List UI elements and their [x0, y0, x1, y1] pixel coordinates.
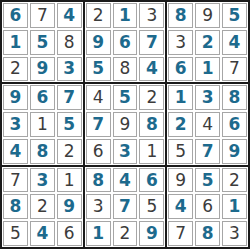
cell-r6c7[interactable]: 5: [168, 139, 193, 164]
cell-r9c3[interactable]: 6: [57, 221, 82, 246]
sudoku-box-9: 952461783: [167, 167, 248, 247]
cell-r8c2[interactable]: 2: [30, 194, 55, 219]
cell-r6c3[interactable]: 2: [57, 139, 82, 164]
cell-r5c7[interactable]: 2: [168, 112, 193, 137]
cell-r9c2[interactable]: 4: [30, 221, 55, 246]
cell-r2c1[interactable]: 1: [3, 30, 28, 55]
sudoku-box-8: 846375129: [85, 167, 166, 247]
cell-r1c3[interactable]: 4: [57, 3, 82, 28]
cell-r7c9[interactable]: 2: [222, 168, 247, 193]
sudoku-box-2: 213967584: [85, 2, 166, 82]
cell-r4c9[interactable]: 8: [222, 85, 247, 110]
cell-r2c3[interactable]: 8: [57, 30, 82, 55]
cell-r4c4[interactable]: 4: [86, 85, 111, 110]
cell-r8c3[interactable]: 9: [57, 194, 82, 219]
cell-r6c6[interactable]: 1: [139, 139, 164, 164]
cell-r9c8[interactable]: 8: [195, 221, 220, 246]
cell-r5c5[interactable]: 9: [113, 112, 138, 137]
sudoku-box-5: 452798631: [85, 84, 166, 164]
cell-r7c2[interactable]: 3: [30, 168, 55, 193]
cell-r1c1[interactable]: 6: [3, 3, 28, 28]
cell-r9c9[interactable]: 3: [222, 221, 247, 246]
cell-r2c2[interactable]: 5: [30, 30, 55, 55]
cell-r7c7[interactable]: 9: [168, 168, 193, 193]
cell-r4c1[interactable]: 9: [3, 85, 28, 110]
cell-r9c4[interactable]: 1: [86, 221, 111, 246]
cell-r2c8[interactable]: 2: [195, 30, 220, 55]
cell-r3c6[interactable]: 4: [139, 57, 164, 82]
cell-r4c8[interactable]: 3: [195, 85, 220, 110]
cell-r4c3[interactable]: 7: [57, 85, 82, 110]
cell-r2c7[interactable]: 3: [168, 30, 193, 55]
cell-r8c9[interactable]: 1: [222, 194, 247, 219]
cell-r4c5[interactable]: 5: [113, 85, 138, 110]
cell-r7c6[interactable]: 6: [139, 168, 164, 193]
cell-r8c8[interactable]: 6: [195, 194, 220, 219]
sudoku-box-7: 731829546: [2, 167, 83, 247]
cell-r2c9[interactable]: 4: [222, 30, 247, 55]
cell-r5c6[interactable]: 8: [139, 112, 164, 137]
cell-r3c8[interactable]: 1: [195, 57, 220, 82]
cell-r3c9[interactable]: 7: [222, 57, 247, 82]
sudoku-box-6: 138246579: [167, 84, 248, 164]
cell-r6c4[interactable]: 6: [86, 139, 111, 164]
sudoku-box-3: 895324617: [167, 2, 248, 82]
cell-r3c4[interactable]: 5: [86, 57, 111, 82]
cell-r8c7[interactable]: 4: [168, 194, 193, 219]
cell-r8c6[interactable]: 5: [139, 194, 164, 219]
cell-r1c5[interactable]: 1: [113, 3, 138, 28]
cell-r7c1[interactable]: 7: [3, 168, 28, 193]
cell-r3c3[interactable]: 3: [57, 57, 82, 82]
cell-r6c8[interactable]: 7: [195, 139, 220, 164]
cell-r3c1[interactable]: 2: [3, 57, 28, 82]
cell-r7c5[interactable]: 4: [113, 168, 138, 193]
cell-r1c7[interactable]: 8: [168, 3, 193, 28]
cell-r6c2[interactable]: 8: [30, 139, 55, 164]
cell-r6c1[interactable]: 4: [3, 139, 28, 164]
cell-r4c7[interactable]: 1: [168, 85, 193, 110]
cell-r3c2[interactable]: 9: [30, 57, 55, 82]
cell-r7c8[interactable]: 5: [195, 168, 220, 193]
cell-r2c4[interactable]: 9: [86, 30, 111, 55]
cell-r3c7[interactable]: 6: [168, 57, 193, 82]
cell-r9c7[interactable]: 7: [168, 221, 193, 246]
cell-r9c1[interactable]: 5: [3, 221, 28, 246]
cell-r8c5[interactable]: 7: [113, 194, 138, 219]
cell-r6c5[interactable]: 3: [113, 139, 138, 164]
cell-r7c4[interactable]: 8: [86, 168, 111, 193]
cell-r5c1[interactable]: 3: [3, 112, 28, 137]
cell-r1c9[interactable]: 5: [222, 3, 247, 28]
sudoku-box-1: 674158293: [2, 2, 83, 82]
cell-r5c9[interactable]: 6: [222, 112, 247, 137]
cell-r4c2[interactable]: 6: [30, 85, 55, 110]
cell-r6c9[interactable]: 9: [222, 139, 247, 164]
sudoku-box-4: 967315482: [2, 84, 83, 164]
cell-r2c6[interactable]: 7: [139, 30, 164, 55]
cell-r1c2[interactable]: 7: [30, 3, 55, 28]
cell-r9c6[interactable]: 9: [139, 221, 164, 246]
cell-r5c3[interactable]: 5: [57, 112, 82, 137]
cell-r2c5[interactable]: 6: [113, 30, 138, 55]
cell-r7c3[interactable]: 1: [57, 168, 82, 193]
cell-r8c4[interactable]: 3: [86, 194, 111, 219]
cell-r1c4[interactable]: 2: [86, 3, 111, 28]
cell-r5c8[interactable]: 4: [195, 112, 220, 137]
cell-r1c8[interactable]: 9: [195, 3, 220, 28]
cell-r8c1[interactable]: 8: [3, 194, 28, 219]
cell-r9c5[interactable]: 2: [113, 221, 138, 246]
cell-r3c5[interactable]: 8: [113, 57, 138, 82]
cell-r4c6[interactable]: 2: [139, 85, 164, 110]
sudoku-board: 6741582932139675848953246179673154824527…: [0, 0, 250, 249]
cell-r5c2[interactable]: 1: [30, 112, 55, 137]
cell-r1c6[interactable]: 3: [139, 3, 164, 28]
cell-r5c4[interactable]: 7: [86, 112, 111, 137]
